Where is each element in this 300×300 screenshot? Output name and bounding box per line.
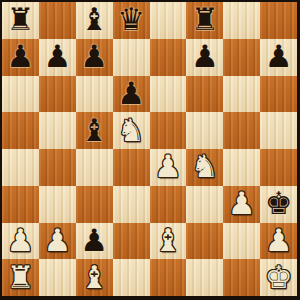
white-pawn[interactable]: ♟ [265,222,293,258]
square-h6[interactable] [260,76,297,113]
black-pawn[interactable]: ♟ [43,38,71,74]
square-f7[interactable]: ♟ [186,39,223,76]
square-e7[interactable] [150,39,187,76]
square-b8[interactable] [39,2,76,39]
square-g1[interactable] [223,259,260,296]
square-d2[interactable] [113,223,150,260]
square-f8[interactable]: ♜ [186,2,223,39]
square-a5[interactable] [2,112,39,149]
square-d5[interactable]: ♞ [113,112,150,149]
square-g8[interactable] [223,2,260,39]
black-pawn[interactable]: ♟ [191,38,219,74]
black-bishop[interactable]: ♝ [80,1,108,37]
white-knight[interactable]: ♞ [117,112,145,148]
square-h7[interactable]: ♟ [260,39,297,76]
square-g5[interactable] [223,112,260,149]
square-h5[interactable] [260,112,297,149]
square-d8[interactable]: ♛ [113,2,150,39]
square-e2[interactable]: ♝ [150,223,187,260]
square-e3[interactable] [150,186,187,223]
black-pawn[interactable]: ♟ [7,38,35,74]
square-e6[interactable] [150,76,187,113]
square-a1[interactable]: ♜ [2,259,39,296]
white-pawn[interactable]: ♟ [154,148,182,184]
square-c8[interactable]: ♝ [76,2,113,39]
square-e1[interactable] [150,259,187,296]
square-c3[interactable] [76,186,113,223]
square-g2[interactable] [223,223,260,260]
square-d6[interactable]: ♟ [113,76,150,113]
square-c6[interactable] [76,76,113,113]
square-g3[interactable]: ♟ [223,186,260,223]
square-a8[interactable]: ♜ [2,2,39,39]
square-g7[interactable] [223,39,260,76]
square-g4[interactable] [223,149,260,186]
white-bishop[interactable]: ♝ [154,222,182,258]
black-king[interactable]: ♚ [265,185,293,221]
square-h2[interactable]: ♟ [260,223,297,260]
square-f3[interactable] [186,186,223,223]
square-f2[interactable] [186,223,223,260]
square-d7[interactable] [113,39,150,76]
black-bishop[interactable]: ♝ [80,112,108,148]
square-b7[interactable]: ♟ [39,39,76,76]
white-knight[interactable]: ♞ [191,148,219,184]
square-d4[interactable] [113,149,150,186]
square-a3[interactable] [2,186,39,223]
square-g6[interactable] [223,76,260,113]
chess-board-frame: ♜♝♛♜♟♟♟♟♟♟♝♞♟♞♟♚♟♟♟♝♟♜♝♚ [0,0,300,300]
black-pawn[interactable]: ♟ [80,222,108,258]
square-e4[interactable]: ♟ [150,149,187,186]
square-h1[interactable]: ♚ [260,259,297,296]
black-queen[interactable]: ♛ [117,1,145,37]
white-pawn[interactable]: ♟ [228,185,256,221]
black-rook[interactable]: ♜ [191,1,219,37]
white-pawn[interactable]: ♟ [7,222,35,258]
square-a4[interactable] [2,149,39,186]
square-b5[interactable] [39,112,76,149]
square-h3[interactable]: ♚ [260,186,297,223]
square-e8[interactable] [150,2,187,39]
square-c7[interactable]: ♟ [76,39,113,76]
square-b4[interactable] [39,149,76,186]
square-b3[interactable] [39,186,76,223]
white-bishop[interactable]: ♝ [80,259,108,295]
square-b2[interactable]: ♟ [39,223,76,260]
square-a7[interactable]: ♟ [2,39,39,76]
square-d3[interactable] [113,186,150,223]
square-f5[interactable] [186,112,223,149]
black-pawn[interactable]: ♟ [117,75,145,111]
square-a2[interactable]: ♟ [2,223,39,260]
square-f1[interactable] [186,259,223,296]
black-pawn[interactable]: ♟ [80,38,108,74]
square-a6[interactable] [2,76,39,113]
black-pawn[interactable]: ♟ [265,38,293,74]
white-king[interactable]: ♚ [265,259,293,295]
square-h4[interactable] [260,149,297,186]
square-h8[interactable] [260,2,297,39]
square-c5[interactable]: ♝ [76,112,113,149]
square-c2[interactable]: ♟ [76,223,113,260]
square-c4[interactable] [76,149,113,186]
square-c1[interactable]: ♝ [76,259,113,296]
square-e5[interactable] [150,112,187,149]
white-pawn[interactable]: ♟ [43,222,71,258]
square-b6[interactable] [39,76,76,113]
white-rook[interactable]: ♜ [7,259,35,295]
square-f4[interactable]: ♞ [186,149,223,186]
square-b1[interactable] [39,259,76,296]
square-f6[interactable] [186,76,223,113]
chess-board: ♜♝♛♜♟♟♟♟♟♟♝♞♟♞♟♚♟♟♟♝♟♜♝♚ [2,2,297,296]
black-rook[interactable]: ♜ [7,1,35,37]
square-d1[interactable] [113,259,150,296]
